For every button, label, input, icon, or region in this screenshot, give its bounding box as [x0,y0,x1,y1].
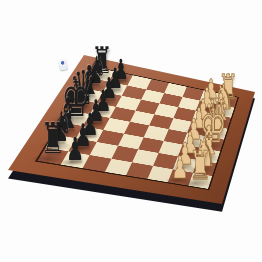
pawn-glyph: ♟ [95,65,135,93]
black-pawn-b7: ♟ [93,30,137,94]
piece-shadow [58,104,95,115]
pawn-glyph: ♟ [69,108,109,139]
bishop-glyph: ♝ [200,89,240,126]
white-knight-g1: ♞ [183,109,227,173]
pawn-glyph: ♟ [76,97,116,127]
piece-shadow [49,115,90,127]
knight-glyph: ♞ [184,134,224,173]
piece-shadow [184,128,206,135]
white-pawn-h2: ♟ [158,118,202,182]
piece-shadow [180,140,203,147]
chess-set-photo: ♜♟♟♜♞♟♟♞♝♟♟♝♛♟♟♛♚♟♟♚♝♟♟♝♞♟♟♞♜♟♟♜ [0,0,262,262]
black-knight-b8: ♞ [74,26,118,90]
black-rook-a8: ♜ [80,15,124,79]
piece-shadow [69,94,101,103]
white-bishop-c1: ♝ [199,62,243,126]
black-knight-g8: ♞ [39,84,83,148]
bishop-glyph: ♝ [69,60,109,100]
white-pawn-c2: ♟ [181,59,225,123]
knight-glyph: ♞ [76,52,116,90]
rook-glyph: ♜ [207,71,247,106]
pawn-glyph: ♟ [101,56,141,84]
piece-shadow [188,154,220,163]
bishop-glyph: ♝ [189,121,229,161]
black-pawn-f7: ♟ [68,75,112,139]
pawn-glyph: ♟ [55,133,95,165]
pawn-glyph: ♟ [190,76,230,103]
pawn-glyph: ♟ [83,86,123,115]
pawn-glyph: ♟ [186,85,226,112]
queen-glyph: ♛ [62,65,102,112]
piece-shadow [81,121,105,128]
white-knight-b1: ♞ [202,52,246,116]
king-glyph: ♚ [55,72,95,123]
black-pawn-a7: ♟ [99,19,143,83]
piece-shadow [94,99,117,106]
piece-shadow [180,179,212,188]
piece-shadow [201,120,231,129]
black-pawn-h7: ♟ [53,101,97,165]
pieces-layer: ♜♟♟♜♞♟♟♞♝♟♟♝♛♟♟♛♚♟♟♚♝♟♟♝♞♟♟♞♜♟♟♜ [0,0,262,262]
black-pawn-d7: ♟ [81,51,125,115]
black-pawn-e7: ♟ [74,63,118,127]
piece-shadow [39,141,72,151]
black-pawn-g7: ♟ [61,87,105,151]
piece-shadow [193,107,214,113]
black-pawn-c7: ♟ [87,40,131,104]
piece-shadow [76,83,106,92]
piece-shadow [175,152,198,159]
pawn-glyph: ♟ [170,128,210,157]
pawn-glyph: ♟ [89,75,129,104]
white-rook-a1: ♜ [206,42,250,106]
piece-shadow [165,177,189,184]
king-glyph: ♚ [193,101,233,149]
black-bishop-c8: ♝ [67,36,111,100]
pawn-glyph: ♟ [160,152,200,183]
piece-shadow [31,154,65,164]
white-bishop-f1: ♝ [187,96,231,160]
white-pawn-e2: ♟ [172,81,216,145]
black-rook-h8: ♜ [31,97,75,161]
piece-shadow [88,110,111,117]
rook-glyph: ♜ [180,146,220,186]
white-pawn-g2: ♟ [163,105,207,169]
white-pawn-b2: ♟ [185,48,229,112]
piece-shadow [83,73,112,82]
pawn-glyph: ♟ [62,120,102,151]
piece-shadow [59,159,84,167]
piece-shadow [194,130,229,140]
white-king-e1: ♚ [191,85,235,149]
rook-glyph: ♜ [33,118,73,161]
piece-shadow [66,146,91,153]
piece-shadow [188,118,210,124]
queen-glyph: ♛ [197,93,237,137]
white-pawn-a2: ♟ [189,38,233,102]
white-rook-h1: ♜ [178,122,222,186]
piece-shadow [47,128,81,138]
bishop-glyph: ♝ [48,93,88,135]
piece-shadow [210,100,238,108]
pawn-glyph: ♟ [165,140,205,170]
piece-shadow [197,97,218,103]
piece-shadow [74,133,98,140]
black-bishop-f8: ♝ [46,71,90,135]
pawn-glyph: ♟ [174,116,214,145]
pawn-glyph: ♟ [178,106,218,134]
piece-shadow [185,166,216,175]
black-king-e8: ♚ [54,59,98,123]
piece-shadow [170,164,194,171]
white-pawn-d2: ♟ [177,70,221,134]
piece-shadow [106,78,128,85]
knight-glyph: ♞ [41,106,81,148]
pawn-glyph: ♟ [183,95,223,123]
black-queen-d8: ♛ [61,47,105,111]
white-pawn-f2: ♟ [168,93,212,157]
piece-shadow [206,110,234,118]
white-queen-d1: ♛ [195,73,239,137]
rook-glyph: ♜ [82,43,122,80]
knight-glyph: ♞ [204,80,244,115]
piece-shadow [188,141,226,152]
piece-shadow [100,88,122,95]
